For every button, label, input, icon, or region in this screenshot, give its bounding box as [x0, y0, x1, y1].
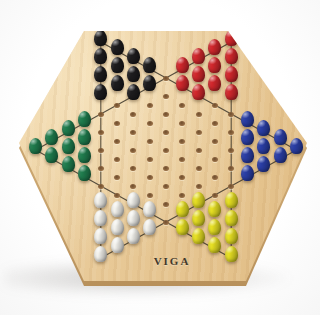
board-hole[interactable]	[114, 157, 120, 162]
peg-yellow[interactable]	[192, 210, 205, 226]
peg-white[interactable]	[127, 192, 140, 208]
peg-green[interactable]	[29, 138, 42, 154]
peg-green[interactable]	[62, 138, 75, 154]
board-hole[interactable]	[130, 166, 136, 171]
board-hole[interactable]	[228, 112, 234, 117]
board-hole[interactable]	[228, 166, 234, 171]
board-hole[interactable]	[147, 121, 153, 126]
peg-yellow[interactable]	[192, 192, 205, 208]
board-hole[interactable]	[228, 148, 234, 153]
peg-white[interactable]	[111, 219, 124, 235]
board-hole[interactable]	[98, 112, 104, 117]
peg-blue[interactable]	[274, 129, 287, 145]
board-hole[interactable]	[196, 130, 202, 135]
board-hole[interactable]	[114, 103, 120, 108]
board-hole[interactable]	[179, 175, 185, 180]
peg-yellow[interactable]	[176, 219, 189, 235]
peg-black[interactable]	[127, 84, 140, 100]
peg-green[interactable]	[62, 120, 75, 136]
board-hole[interactable]	[196, 112, 202, 117]
peg-blue[interactable]	[241, 147, 254, 163]
board-hole[interactable]	[212, 157, 218, 162]
board-hole[interactable]	[179, 103, 185, 108]
peg-green[interactable]	[78, 147, 91, 163]
peg-red[interactable]	[225, 48, 238, 64]
peg-red[interactable]	[192, 48, 205, 64]
peg-red[interactable]	[192, 66, 205, 82]
board-hole[interactable]	[163, 166, 169, 171]
board-hole[interactable]	[163, 94, 169, 99]
peg-red[interactable]	[225, 66, 238, 82]
peg-green[interactable]	[62, 156, 75, 172]
board-hole[interactable]	[212, 103, 218, 108]
peg-white[interactable]	[111, 237, 124, 253]
board-hole[interactable]	[163, 76, 169, 81]
peg-blue[interactable]	[274, 147, 287, 163]
peg-black[interactable]	[127, 48, 140, 64]
board-hole[interactable]	[147, 193, 153, 198]
board-hole[interactable]	[114, 139, 120, 144]
board-hole[interactable]	[98, 148, 104, 153]
board-hole[interactable]	[163, 184, 169, 189]
board-hole[interactable]	[196, 184, 202, 189]
chinese-checkers-product-photo: VIGA	[0, 0, 320, 315]
peg-yellow[interactable]	[225, 228, 238, 244]
board-hole[interactable]	[147, 157, 153, 162]
peg-yellow[interactable]	[225, 246, 238, 262]
board-hole[interactable]	[163, 112, 169, 117]
board-hole[interactable]	[179, 157, 185, 162]
board-hole[interactable]	[114, 175, 120, 180]
peg-yellow[interactable]	[192, 228, 205, 244]
peg-black[interactable]	[127, 66, 140, 82]
board-hole[interactable]	[114, 193, 120, 198]
peg-yellow[interactable]	[225, 210, 238, 226]
peg-white[interactable]	[127, 210, 140, 226]
board-hole[interactable]	[212, 193, 218, 198]
peg-red[interactable]	[176, 75, 189, 91]
board-hole[interactable]	[163, 202, 169, 207]
board-hole[interactable]	[212, 121, 218, 126]
board-hole[interactable]	[179, 139, 185, 144]
peg-blue[interactable]	[241, 129, 254, 145]
board-hole[interactable]	[179, 121, 185, 126]
board-hole[interactable]	[130, 130, 136, 135]
peg-blue[interactable]	[241, 165, 254, 181]
peg-red[interactable]	[225, 84, 238, 100]
peg-green[interactable]	[78, 165, 91, 181]
peg-yellow[interactable]	[225, 192, 238, 208]
board-hole[interactable]	[130, 184, 136, 189]
peg-blue[interactable]	[241, 111, 254, 127]
peg-black[interactable]	[111, 57, 124, 73]
board-hole[interactable]	[98, 184, 104, 189]
board-hole[interactable]	[147, 103, 153, 108]
board-hole[interactable]	[212, 175, 218, 180]
board-hole[interactable]	[98, 166, 104, 171]
board-hole[interactable]	[163, 130, 169, 135]
peg-yellow[interactable]	[176, 201, 189, 217]
board-hole[interactable]	[163, 220, 169, 225]
board-hole[interactable]	[98, 130, 104, 135]
board-hole[interactable]	[179, 193, 185, 198]
board-hole[interactable]	[114, 121, 120, 126]
peg-red[interactable]	[225, 30, 238, 46]
peg-green[interactable]	[78, 111, 91, 127]
board-hole[interactable]	[147, 139, 153, 144]
board-hole[interactable]	[147, 175, 153, 180]
board-hole[interactable]	[228, 130, 234, 135]
peg-white[interactable]	[111, 201, 124, 217]
board-hole[interactable]	[228, 184, 234, 189]
board-hole[interactable]	[196, 166, 202, 171]
board-hole[interactable]	[196, 148, 202, 153]
peg-blue[interactable]	[290, 138, 303, 154]
peg-black[interactable]	[111, 75, 124, 91]
board-hole[interactable]	[212, 139, 218, 144]
peg-red[interactable]	[176, 57, 189, 73]
peg-black[interactable]	[111, 39, 124, 55]
peg-red[interactable]	[192, 84, 205, 100]
brand-logo: VIGA	[140, 255, 204, 267]
board-hole[interactable]	[130, 148, 136, 153]
board-hole[interactable]	[163, 148, 169, 153]
board-hole[interactable]	[130, 112, 136, 117]
peg-green[interactable]	[78, 129, 91, 145]
peg-white[interactable]	[127, 228, 140, 244]
